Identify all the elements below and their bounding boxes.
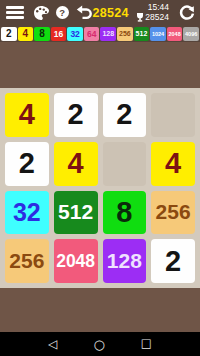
legend-tile-8: 8 [34,27,50,41]
tile-128: 128 [103,239,147,283]
recents-icon[interactable]: □ [141,338,152,350]
board[interactable]: 42224432512825625620481282 [0,88,200,288]
tile-256: 256 [5,239,49,283]
tile-2: 2 [54,93,98,137]
tile-4: 4 [5,93,49,137]
toolbar: ? 28524 15:44 28524 [0,0,200,25]
legend-tile-128: 128 [100,27,116,41]
tile-8: 8 [103,191,147,235]
legend: 248163264128256512102420484096 [0,25,200,42]
spacer-bottom [0,288,200,332]
empty-cell [103,142,147,186]
android-navbar: ◁ ○ □ [0,332,200,356]
tile-256: 256 [151,191,195,235]
legend-tile-4096: 4096 [183,27,199,41]
legend-tile-512: 512 [134,27,150,41]
help-icon[interactable]: ? [56,6,69,19]
legend-tile-32: 32 [67,27,83,41]
legend-tile-2: 2 [1,27,17,41]
best-score: 28524 [145,13,169,23]
spacer-top [0,42,200,88]
tile-2048: 2048 [54,239,98,283]
tile-512: 512 [54,191,98,235]
empty-cell [151,93,195,137]
legend-tile-1024: 1024 [150,27,166,41]
trophy-icon [136,13,144,22]
app-screen: ? 28524 15:44 28524 [0,0,200,356]
score-value: 28524 [93,6,129,20]
legend-tile-16: 16 [51,27,67,41]
undo-icon[interactable] [76,5,93,20]
tile-2: 2 [5,142,49,186]
menu-icon[interactable] [6,6,24,19]
legend-tile-4: 4 [18,27,34,41]
legend-tile-64: 64 [84,27,100,41]
palette-icon[interactable] [33,5,49,21]
tile-4: 4 [151,142,195,186]
legend-tile-256: 256 [117,27,133,41]
tile-32: 32 [5,191,49,235]
tile-2: 2 [103,93,147,137]
tile-4: 4 [54,142,98,186]
tile-2: 2 [151,239,195,283]
legend-tile-2048: 2048 [167,27,183,41]
home-icon[interactable]: ○ [94,338,105,351]
refresh-icon[interactable] [179,5,195,21]
clock-and-best: 15:44 28524 [136,3,169,22]
back-icon[interactable]: ◁ [48,338,57,350]
